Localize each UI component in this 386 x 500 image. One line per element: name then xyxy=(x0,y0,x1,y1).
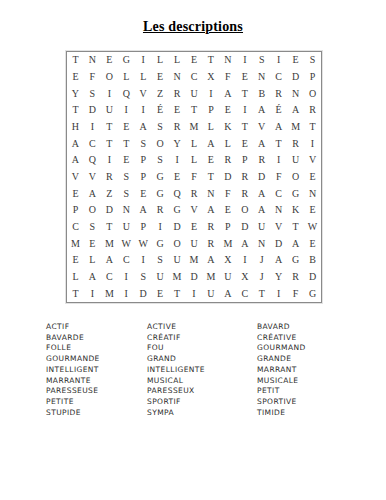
grid-cell: T xyxy=(169,285,186,302)
grid-cell: T xyxy=(118,135,135,152)
grid-cell: A xyxy=(202,202,219,219)
grid-cell: N xyxy=(304,185,321,202)
grid-cell: É xyxy=(270,102,287,119)
grid-cell: D xyxy=(135,285,152,302)
grid-cell: E xyxy=(236,135,253,152)
grid-cell: E xyxy=(304,235,321,252)
grid-cell: N xyxy=(202,185,219,202)
word-list-item: PARESSEUSE xyxy=(46,386,100,397)
grid-cell: A xyxy=(219,285,236,302)
grid-cell: I xyxy=(135,102,152,119)
grid-cell: L xyxy=(186,152,203,169)
word-list-item: ACTIF xyxy=(46,322,100,333)
grid-cell: G xyxy=(169,202,186,219)
grid-cell: E xyxy=(287,52,304,69)
grid-cell: M xyxy=(101,235,118,252)
grid-cell: A xyxy=(135,119,152,136)
word-list-item: GRANDE xyxy=(257,354,306,365)
word-list-item: PETIT xyxy=(257,386,306,397)
grid-cell: S xyxy=(84,85,101,102)
grid-cell: O xyxy=(101,69,118,86)
grid-cell: S xyxy=(135,269,152,286)
grid-cell: E xyxy=(186,219,203,236)
grid-cell: Q xyxy=(118,85,135,102)
grid-cell: P xyxy=(135,152,152,169)
grid-cell: E xyxy=(304,169,321,186)
grid-cell: S xyxy=(253,52,270,69)
grid-cell: E xyxy=(186,52,203,69)
grid-cell: I xyxy=(118,269,135,286)
grid-cell: I xyxy=(101,152,118,169)
grid-cell: Z xyxy=(101,185,118,202)
grid-cell: W xyxy=(304,219,321,236)
grid-cell: U xyxy=(152,269,169,286)
word-list-item: PARESSEUX xyxy=(147,386,205,397)
grid-cell: T xyxy=(287,219,304,236)
grid-cell: D xyxy=(219,169,236,186)
grid-cell: X xyxy=(219,252,236,269)
grid-cell: E xyxy=(236,69,253,86)
grid-cell: N xyxy=(84,52,101,69)
grid-cell: N xyxy=(287,85,304,102)
grid-cell: G xyxy=(304,285,321,302)
word-list-item: SPORTIVE xyxy=(257,397,306,408)
grid-cell: A xyxy=(202,135,219,152)
grid-cell: E xyxy=(118,152,135,169)
grid-cell: L xyxy=(169,52,186,69)
grid-cell: E xyxy=(219,202,236,219)
grid-cell: A xyxy=(84,185,101,202)
grid-cell: I xyxy=(84,119,101,136)
grid-cell: C xyxy=(84,135,101,152)
grid-cell: V xyxy=(135,85,152,102)
grid-cell: R xyxy=(253,152,270,169)
grid-cell: A xyxy=(270,119,287,136)
grid-cell: R xyxy=(101,169,118,186)
grid-cell: G xyxy=(118,52,135,69)
grid-cell: P xyxy=(67,202,84,219)
grid-cell: P xyxy=(135,169,152,186)
word-list-item: BAVARDE xyxy=(46,333,100,344)
word-list-column: ACTIVECRÉATIFFOUGRANDINTELLIGENTEMUSICAL… xyxy=(147,322,205,418)
grid-cell: O xyxy=(304,85,321,102)
word-list-item: STUPIDE xyxy=(46,408,100,419)
grid-cell: Q xyxy=(84,152,101,169)
grid-cell: A xyxy=(287,102,304,119)
grid-cell: I xyxy=(169,152,186,169)
grid-cell: R xyxy=(304,102,321,119)
grid-cell: E xyxy=(152,285,169,302)
grid-cell: R xyxy=(287,269,304,286)
grid-cell: F xyxy=(219,185,236,202)
grid-cell: B xyxy=(304,252,321,269)
word-list-item: FOU xyxy=(147,343,205,354)
grid-cell: K xyxy=(287,202,304,219)
grid-cell: F xyxy=(287,285,304,302)
grid-cell: H xyxy=(67,119,84,136)
grid-cell: A xyxy=(135,202,152,219)
grid-cell: T xyxy=(67,285,84,302)
grid-cell: S xyxy=(84,219,101,236)
grid-cell: I xyxy=(270,52,287,69)
grid-cell: I xyxy=(304,135,321,152)
grid-cell: J xyxy=(253,269,270,286)
word-list-item: PETITE xyxy=(46,397,100,408)
grid-cell: P xyxy=(304,69,321,86)
grid-cell: D xyxy=(253,169,270,186)
grid-cell: I xyxy=(236,102,253,119)
grid-cell: G xyxy=(152,185,169,202)
grid-cell: Y xyxy=(67,85,84,102)
grid-cell: R xyxy=(270,85,287,102)
grid-cell: F xyxy=(219,69,236,86)
word-list-item: MARRANT xyxy=(257,365,306,376)
grid-cell: N xyxy=(253,69,270,86)
grid-cell: I xyxy=(135,252,152,269)
grid-cell: R xyxy=(202,219,219,236)
grid-cell: R xyxy=(169,85,186,102)
grid-cell: A xyxy=(253,185,270,202)
grid-cell: G xyxy=(152,235,169,252)
grid-cell: N xyxy=(253,235,270,252)
grid-cell: X xyxy=(236,269,253,286)
grid-cell: V xyxy=(253,119,270,136)
grid-cell: L xyxy=(67,269,84,286)
grid-cell: I xyxy=(270,285,287,302)
grid-cell: L xyxy=(219,135,236,152)
grid-cell: I xyxy=(101,85,118,102)
grid-cell: F xyxy=(186,169,203,186)
grid-cell: T xyxy=(253,285,270,302)
grid-cell: A xyxy=(287,235,304,252)
grid-cell: F xyxy=(270,169,287,186)
word-list-column: ACTIFBAVARDEFOLLEGOURMANDEINTELLIGENTMAR… xyxy=(46,322,100,418)
grid-cell: I xyxy=(186,285,203,302)
grid-cell: G xyxy=(152,169,169,186)
grid-cell: R xyxy=(236,169,253,186)
grid-cell: T xyxy=(67,102,84,119)
grid-cell: M xyxy=(219,235,236,252)
grid-cell: C xyxy=(67,219,84,236)
grid-cell: N xyxy=(270,202,287,219)
grid-cell: I xyxy=(135,52,152,69)
grid-cell: T xyxy=(270,135,287,152)
grid-cell: T xyxy=(101,135,118,152)
word-list-item: GOURMANDE xyxy=(46,354,100,365)
word-search-grid: TNEGILLETNISIESEFOLLENCXFENCDPYSIQVZRUIA… xyxy=(66,51,322,303)
grid-cell: M xyxy=(186,119,203,136)
grid-cell: P xyxy=(219,219,236,236)
grid-cell: E xyxy=(118,119,135,136)
word-list-item: TIMIDE xyxy=(257,408,306,419)
grid-cell: E xyxy=(101,52,118,69)
grid-cell: R xyxy=(169,119,186,136)
grid-cell: T xyxy=(236,85,253,102)
grid-cell: L xyxy=(84,252,101,269)
word-list-item: INTELLIGENTE xyxy=(147,365,205,376)
grid-cell: E xyxy=(202,152,219,169)
word-list-item: BAVARD xyxy=(257,322,306,333)
grid-cell: I xyxy=(236,52,253,69)
grid-cell: M xyxy=(186,252,203,269)
grid-cell: A xyxy=(270,252,287,269)
grid-cell: U xyxy=(186,235,203,252)
grid-cell: L xyxy=(186,135,203,152)
grid-cell: E xyxy=(152,69,169,86)
grid-cell: A xyxy=(236,235,253,252)
word-list-column: BAVARDCRÉATIVEGOURMANDGRANDEMARRANTMUSIC… xyxy=(257,322,306,418)
grid-cell: E xyxy=(67,69,84,86)
grid-cell: E xyxy=(219,102,236,119)
grid-cell: O xyxy=(84,202,101,219)
grid-cell: D xyxy=(304,269,321,286)
grid-cell: T xyxy=(236,119,253,136)
grid-cell: V xyxy=(67,169,84,186)
grid-cell: E xyxy=(67,252,84,269)
grid-cell: G xyxy=(287,252,304,269)
grid-cell: L xyxy=(202,119,219,136)
grid-cell: T xyxy=(202,169,219,186)
grid-cell: X xyxy=(202,69,219,86)
grid-cell: R xyxy=(186,185,203,202)
grid-cell: V xyxy=(270,219,287,236)
grid-cell: T xyxy=(304,119,321,136)
grid-cell: P xyxy=(236,152,253,169)
grid-cell: T xyxy=(186,102,203,119)
grid-cell: O xyxy=(169,235,186,252)
grid-cell: I xyxy=(84,285,101,302)
grid-cell: V xyxy=(186,202,203,219)
grid-cell: D xyxy=(287,69,304,86)
word-list-item: CRÉATIF xyxy=(147,333,205,344)
grid-cell: W xyxy=(118,235,135,252)
word-list-item: ACTIVE xyxy=(147,322,205,333)
word-list-item: INTELLIGENT xyxy=(46,365,100,376)
grid-cell: U xyxy=(219,269,236,286)
grid-cell: M xyxy=(169,269,186,286)
grid-cell: S xyxy=(118,185,135,202)
grid-cell: E xyxy=(169,169,186,186)
word-list-item: MUSICALE xyxy=(257,376,306,387)
grid-cell: V xyxy=(304,152,321,169)
word-list-item: FOLLE xyxy=(46,343,100,354)
grid-cell: T xyxy=(67,52,84,69)
word-list-item: SYMPA xyxy=(147,408,205,419)
grid-cell: S xyxy=(135,135,152,152)
grid-cell: U xyxy=(169,252,186,269)
grid-cell: R xyxy=(236,185,253,202)
grid-cell: R xyxy=(219,152,236,169)
grid-cell: N xyxy=(118,202,135,219)
grid-cell: D xyxy=(101,202,118,219)
grid-cell: Z xyxy=(152,85,169,102)
grid-cell: G xyxy=(287,185,304,202)
word-list-item: GOURMAND xyxy=(257,343,306,354)
grid-cell: L xyxy=(118,69,135,86)
worksheet-page: Les descriptions TNEGILLETNISIESEFOLLENC… xyxy=(0,0,386,500)
grid-cell: C xyxy=(270,185,287,202)
grid-cell: P xyxy=(135,219,152,236)
grid-cell: E xyxy=(135,185,152,202)
grid-cell: A xyxy=(67,135,84,152)
grid-cell: U xyxy=(186,85,203,102)
word-list-item: SPORTIF xyxy=(147,397,205,408)
word-list-item: MARRANTE xyxy=(46,376,100,387)
grid-cell: A xyxy=(253,102,270,119)
grid-cell: Y xyxy=(270,269,287,286)
word-list: ACTIFBAVARDEFOLLEGOURMANDEINTELLIGENTMAR… xyxy=(0,322,386,422)
grid-cell: A xyxy=(84,269,101,286)
grid-cell: T xyxy=(202,52,219,69)
grid-cell: U xyxy=(118,219,135,236)
grid-cell: U xyxy=(202,285,219,302)
grid-cell: E xyxy=(67,185,84,202)
word-list-item: CRÉATIVE xyxy=(257,333,306,344)
grid-cell: T xyxy=(101,119,118,136)
grid-cell: L xyxy=(135,69,152,86)
grid-cell: O xyxy=(236,202,253,219)
grid-cell: I xyxy=(152,219,169,236)
grid-cell: C xyxy=(101,269,118,286)
grid-cell: Q xyxy=(169,185,186,202)
grid-cell: D xyxy=(169,219,186,236)
grid-cell: S xyxy=(152,152,169,169)
grid-cell: C xyxy=(270,69,287,86)
grid-cell: A xyxy=(67,152,84,169)
grid-cell: E xyxy=(304,202,321,219)
grid-cell: M xyxy=(67,235,84,252)
grid-cell: F xyxy=(84,69,101,86)
grid-cell: S xyxy=(152,119,169,136)
grid-cell: E xyxy=(84,235,101,252)
grid-cell: R xyxy=(152,202,169,219)
grid-cell: A xyxy=(253,202,270,219)
grid-cell: K xyxy=(219,119,236,136)
grid-cell: N xyxy=(169,69,186,86)
grid-cell: C xyxy=(118,252,135,269)
grid-cell: I xyxy=(236,252,253,269)
grid-cell: B xyxy=(253,85,270,102)
grid-cell: T xyxy=(101,219,118,236)
grid-cell: C xyxy=(236,285,253,302)
grid-cell: M xyxy=(202,269,219,286)
grid-cell: M xyxy=(101,285,118,302)
grid-cell: I xyxy=(118,285,135,302)
grid-cell: A xyxy=(202,252,219,269)
grid-cell: A xyxy=(101,252,118,269)
grid-cell: R xyxy=(287,135,304,152)
grid-cell: I xyxy=(202,85,219,102)
grid-cell: A xyxy=(219,85,236,102)
grid-cell: U xyxy=(101,102,118,119)
grid-cell: O xyxy=(152,135,169,152)
grid-cell: W xyxy=(135,235,152,252)
grid-cell: L xyxy=(152,52,169,69)
grid-cell: S xyxy=(304,52,321,69)
grid-cell: U xyxy=(253,219,270,236)
grid-cell: O xyxy=(287,169,304,186)
grid-cell: Y xyxy=(169,135,186,152)
grid-cell: I xyxy=(270,152,287,169)
grid-cell: P xyxy=(202,102,219,119)
grid-cell: D xyxy=(186,269,203,286)
grid-cell: V xyxy=(84,169,101,186)
page-title: Les descriptions xyxy=(0,19,386,35)
grid-cell: R xyxy=(202,235,219,252)
grid-cell: M xyxy=(287,119,304,136)
grid-cell: C xyxy=(186,69,203,86)
grid-cell: A xyxy=(253,135,270,152)
grid-cell: I xyxy=(118,102,135,119)
grid-cell: S xyxy=(152,252,169,269)
grid-cell: E xyxy=(169,102,186,119)
grid-cell: N xyxy=(219,52,236,69)
grid-cell: D xyxy=(270,235,287,252)
grid-cell: D xyxy=(236,219,253,236)
word-list-item: GRAND xyxy=(147,354,205,365)
grid-cell: D xyxy=(84,102,101,119)
word-list-item: MUSICAL xyxy=(147,376,205,387)
grid-cell: U xyxy=(287,152,304,169)
grid-cell: S xyxy=(118,169,135,186)
grid-cell: J xyxy=(253,252,270,269)
grid-cell: É xyxy=(152,102,169,119)
